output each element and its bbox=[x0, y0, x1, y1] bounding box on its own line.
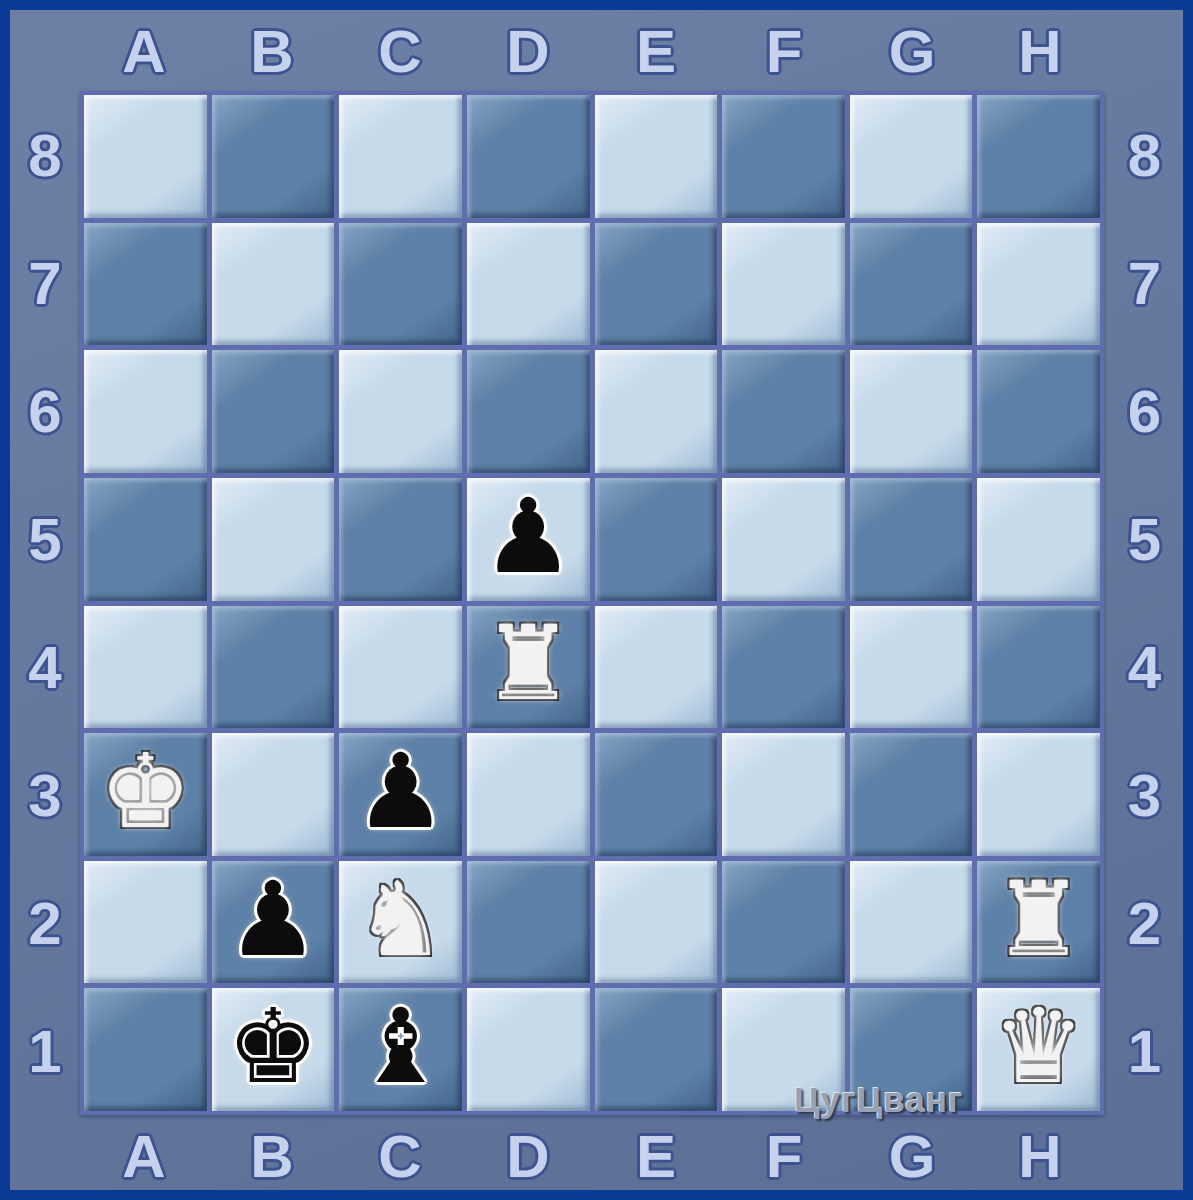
rank-label-7: 7 bbox=[1106, 219, 1183, 347]
square-h6[interactable] bbox=[977, 350, 1100, 473]
square-a3[interactable]: ♚ bbox=[84, 733, 207, 856]
square-c1[interactable]: ♝ bbox=[339, 988, 462, 1111]
square-a2[interactable] bbox=[84, 861, 207, 984]
rank-label-2: 2 bbox=[12, 859, 78, 987]
file-label-G: G bbox=[848, 12, 976, 90]
square-d6[interactable] bbox=[467, 350, 590, 473]
file-label-C: C bbox=[336, 12, 464, 90]
file-label-D: D bbox=[464, 1117, 592, 1195]
square-d2[interactable] bbox=[467, 861, 590, 984]
rank-label-3: 3 bbox=[12, 731, 78, 859]
square-h1[interactable]: ♛ bbox=[977, 988, 1100, 1111]
square-g6[interactable] bbox=[850, 350, 973, 473]
square-b5[interactable] bbox=[212, 478, 335, 601]
chess-board: ♟♜♚♟♟♞♜♚♝♛ bbox=[80, 91, 1104, 1115]
chess-diagram: ABCDEFGH 87654321 ♟♜♚♟♟♞♜♚♝♛ 87654321 AB… bbox=[0, 0, 1193, 1200]
file-label-H: H bbox=[976, 1117, 1104, 1195]
square-f6[interactable] bbox=[722, 350, 845, 473]
file-label-A: A bbox=[80, 1117, 208, 1195]
file-label-A: A bbox=[80, 12, 208, 90]
square-d4[interactable]: ♜ bbox=[467, 606, 590, 729]
square-f4[interactable] bbox=[722, 606, 845, 729]
square-f3[interactable] bbox=[722, 733, 845, 856]
rank-label-4: 4 bbox=[1106, 603, 1183, 731]
square-e7[interactable] bbox=[595, 223, 718, 346]
square-h8[interactable] bbox=[977, 95, 1100, 218]
square-a6[interactable] bbox=[84, 350, 207, 473]
square-h2[interactable]: ♜ bbox=[977, 861, 1100, 984]
square-b3[interactable] bbox=[212, 733, 335, 856]
rank-label-6: 6 bbox=[12, 347, 78, 475]
rank-label-1: 1 bbox=[1106, 987, 1183, 1115]
square-h7[interactable] bbox=[977, 223, 1100, 346]
square-b7[interactable] bbox=[212, 223, 335, 346]
square-b2[interactable]: ♟ bbox=[212, 861, 335, 984]
square-e5[interactable] bbox=[595, 478, 718, 601]
square-h4[interactable] bbox=[977, 606, 1100, 729]
square-a4[interactable] bbox=[84, 606, 207, 729]
square-e2[interactable] bbox=[595, 861, 718, 984]
rank-labels-left: 87654321 bbox=[12, 91, 78, 1115]
square-c2[interactable]: ♞ bbox=[339, 861, 462, 984]
square-g8[interactable] bbox=[850, 95, 973, 218]
file-label-G: G bbox=[848, 1117, 976, 1195]
square-a5[interactable] bbox=[84, 478, 207, 601]
rank-label-7: 7 bbox=[12, 219, 78, 347]
square-f7[interactable] bbox=[722, 223, 845, 346]
white-queen-piece[interactable]: ♛ bbox=[993, 995, 1085, 1098]
square-f2[interactable] bbox=[722, 861, 845, 984]
square-g7[interactable] bbox=[850, 223, 973, 346]
black-bishop-piece[interactable]: ♝ bbox=[354, 995, 446, 1098]
square-d3[interactable] bbox=[467, 733, 590, 856]
square-c8[interactable] bbox=[339, 95, 462, 218]
square-e3[interactable] bbox=[595, 733, 718, 856]
file-label-F: F bbox=[720, 12, 848, 90]
square-c5[interactable] bbox=[339, 478, 462, 601]
square-e4[interactable] bbox=[595, 606, 718, 729]
rank-labels-right: 87654321 bbox=[1106, 91, 1183, 1115]
square-c3[interactable]: ♟ bbox=[339, 733, 462, 856]
file-label-B: B bbox=[208, 12, 336, 90]
rank-label-2: 2 bbox=[1106, 859, 1183, 987]
square-g5[interactable] bbox=[850, 478, 973, 601]
file-label-D: D bbox=[464, 12, 592, 90]
square-b1[interactable]: ♚ bbox=[212, 988, 335, 1111]
rank-label-4: 4 bbox=[12, 603, 78, 731]
square-c7[interactable] bbox=[339, 223, 462, 346]
square-g4[interactable] bbox=[850, 606, 973, 729]
square-c6[interactable] bbox=[339, 350, 462, 473]
rank-label-6: 6 bbox=[1106, 347, 1183, 475]
square-f5[interactable] bbox=[722, 478, 845, 601]
black-pawn-piece[interactable]: ♟ bbox=[482, 485, 574, 588]
square-h5[interactable] bbox=[977, 478, 1100, 601]
square-e6[interactable] bbox=[595, 350, 718, 473]
white-rook-piece[interactable]: ♜ bbox=[993, 868, 1085, 971]
square-h3[interactable] bbox=[977, 733, 1100, 856]
rank-label-8: 8 bbox=[1106, 91, 1183, 219]
rank-label-3: 3 bbox=[1106, 731, 1183, 859]
file-labels-bottom: ABCDEFGH bbox=[80, 1117, 1104, 1195]
square-f8[interactable] bbox=[722, 95, 845, 218]
square-e1[interactable] bbox=[595, 988, 718, 1111]
watermark-text: ЦугЦванг bbox=[794, 1080, 963, 1120]
square-c4[interactable] bbox=[339, 606, 462, 729]
file-label-F: F bbox=[720, 1117, 848, 1195]
square-a7[interactable] bbox=[84, 223, 207, 346]
rank-label-8: 8 bbox=[12, 91, 78, 219]
file-label-C: C bbox=[336, 1117, 464, 1195]
rank-label-1: 1 bbox=[12, 987, 78, 1115]
black-pawn-piece[interactable]: ♟ bbox=[354, 740, 446, 843]
black-pawn-piece[interactable]: ♟ bbox=[227, 868, 319, 971]
square-g3[interactable] bbox=[850, 733, 973, 856]
white-king-piece[interactable]: ♚ bbox=[99, 740, 191, 843]
black-king-piece[interactable]: ♚ bbox=[227, 995, 319, 1098]
square-d7[interactable] bbox=[467, 223, 590, 346]
square-e8[interactable] bbox=[595, 95, 718, 218]
square-b8[interactable] bbox=[212, 95, 335, 218]
square-g2[interactable] bbox=[850, 861, 973, 984]
square-b6[interactable] bbox=[212, 350, 335, 473]
file-labels-top: ABCDEFGH bbox=[80, 12, 1104, 90]
file-label-E: E bbox=[592, 12, 720, 90]
file-label-E: E bbox=[592, 1117, 720, 1195]
square-a8[interactable] bbox=[84, 95, 207, 218]
rank-label-5: 5 bbox=[1106, 475, 1183, 603]
square-d1[interactable] bbox=[467, 988, 590, 1111]
square-b4[interactable] bbox=[212, 606, 335, 729]
square-d8[interactable] bbox=[467, 95, 590, 218]
white-rook-piece[interactable]: ♜ bbox=[482, 612, 574, 715]
file-label-B: B bbox=[208, 1117, 336, 1195]
rank-label-5: 5 bbox=[12, 475, 78, 603]
square-d5[interactable]: ♟ bbox=[467, 478, 590, 601]
white-knight-piece[interactable]: ♞ bbox=[354, 868, 446, 971]
square-a1[interactable] bbox=[84, 988, 207, 1111]
file-label-H: H bbox=[976, 12, 1104, 90]
